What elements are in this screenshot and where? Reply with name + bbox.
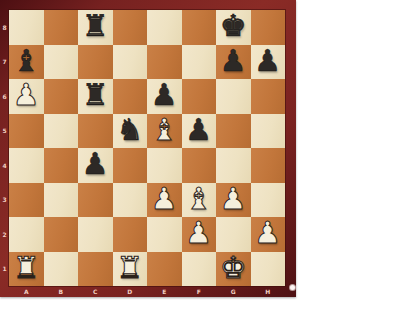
white-bishop[interactable]: ♝ <box>151 113 178 148</box>
square-h7[interactable]: ♟ <box>251 45 286 80</box>
white-pawn[interactable]: ♟ <box>254 216 281 251</box>
square-d6[interactable] <box>113 79 148 114</box>
black-rook[interactable]: ♜ <box>82 78 109 113</box>
rank-label-7: 7 <box>0 45 9 80</box>
file-label-d: D <box>113 285 148 297</box>
file-label-b: B <box>44 285 79 297</box>
file-label-f: F <box>182 285 217 297</box>
square-g2[interactable] <box>216 217 251 252</box>
square-b7[interactable] <box>44 45 79 80</box>
square-a2[interactable] <box>9 217 44 252</box>
square-f8[interactable] <box>182 10 217 45</box>
square-c1[interactable] <box>78 252 113 287</box>
square-b6[interactable] <box>44 79 79 114</box>
square-d8[interactable] <box>113 10 148 45</box>
white-to-move-indicator <box>289 284 296 291</box>
square-f4[interactable] <box>182 148 217 183</box>
square-a6[interactable]: ♟ <box>9 79 44 114</box>
square-c6[interactable]: ♜ <box>78 79 113 114</box>
square-g5[interactable] <box>216 114 251 149</box>
white-pawn[interactable]: ♟ <box>185 216 212 251</box>
white-rook[interactable]: ♜ <box>116 251 143 286</box>
rank-label-1: 1 <box>0 252 9 287</box>
square-d4[interactable] <box>113 148 148 183</box>
square-f5[interactable]: ♟ <box>182 114 217 149</box>
file-label-e: E <box>147 285 182 297</box>
square-b4[interactable] <box>44 148 79 183</box>
square-h3[interactable] <box>251 183 286 218</box>
square-g3[interactable]: ♟ <box>216 183 251 218</box>
square-c4[interactable]: ♟ <box>78 148 113 183</box>
square-b1[interactable] <box>44 252 79 287</box>
file-label-g: G <box>216 285 251 297</box>
square-e5[interactable]: ♝ <box>147 114 182 149</box>
square-h6[interactable] <box>251 79 286 114</box>
square-f3[interactable]: ♝ <box>182 183 217 218</box>
square-e8[interactable] <box>147 10 182 45</box>
square-e3[interactable]: ♟ <box>147 183 182 218</box>
square-e7[interactable] <box>147 45 182 80</box>
board-grid: ♜♚♝♟♟♟♜♟♞♝♟♟♟♝♟♟♟♜♜♚ <box>9 10 285 286</box>
square-d2[interactable] <box>113 217 148 252</box>
square-g1[interactable]: ♚ <box>216 252 251 287</box>
chess-board: 87654321 ♜♚♝♟♟♟♜♟♞♝♟♟♟♝♟♟♟♜♜♚ ABCDEFGH <box>0 0 296 297</box>
square-b2[interactable] <box>44 217 79 252</box>
rank-label-5: 5 <box>0 114 9 149</box>
black-pawn[interactable]: ♟ <box>220 44 247 79</box>
square-a3[interactable] <box>9 183 44 218</box>
square-c8[interactable]: ♜ <box>78 10 113 45</box>
black-king[interactable]: ♚ <box>220 9 247 44</box>
square-e1[interactable] <box>147 252 182 287</box>
white-king[interactable]: ♚ <box>220 251 247 286</box>
square-h1[interactable] <box>251 252 286 287</box>
square-c2[interactable] <box>78 217 113 252</box>
square-b5[interactable] <box>44 114 79 149</box>
square-h2[interactable]: ♟ <box>251 217 286 252</box>
white-rook[interactable]: ♜ <box>13 251 40 286</box>
square-h5[interactable] <box>251 114 286 149</box>
white-pawn[interactable]: ♟ <box>151 182 178 217</box>
square-e6[interactable]: ♟ <box>147 79 182 114</box>
square-d1[interactable]: ♜ <box>113 252 148 287</box>
square-a1[interactable]: ♜ <box>9 252 44 287</box>
black-pawn[interactable]: ♟ <box>82 147 109 182</box>
white-pawn[interactable]: ♟ <box>13 78 40 113</box>
file-label-a: A <box>9 285 44 297</box>
file-label-c: C <box>78 285 113 297</box>
white-pawn[interactable]: ♟ <box>220 182 247 217</box>
square-c7[interactable] <box>78 45 113 80</box>
square-b3[interactable] <box>44 183 79 218</box>
square-h4[interactable] <box>251 148 286 183</box>
file-labels: ABCDEFGH <box>9 285 285 297</box>
square-b8[interactable] <box>44 10 79 45</box>
square-c5[interactable] <box>78 114 113 149</box>
white-bishop[interactable]: ♝ <box>185 182 212 217</box>
rank-label-4: 4 <box>0 148 9 183</box>
black-pawn[interactable]: ♟ <box>185 113 212 148</box>
rank-labels: 87654321 <box>0 10 9 286</box>
square-e2[interactable] <box>147 217 182 252</box>
black-knight[interactable]: ♞ <box>116 113 143 148</box>
square-g7[interactable]: ♟ <box>216 45 251 80</box>
file-label-h: H <box>251 285 286 297</box>
rank-label-3: 3 <box>0 183 9 218</box>
square-g4[interactable] <box>216 148 251 183</box>
square-c3[interactable] <box>78 183 113 218</box>
square-a8[interactable] <box>9 10 44 45</box>
square-f7[interactable] <box>182 45 217 80</box>
square-f6[interactable] <box>182 79 217 114</box>
square-g8[interactable]: ♚ <box>216 10 251 45</box>
square-f1[interactable] <box>182 252 217 287</box>
square-h8[interactable] <box>251 10 286 45</box>
square-a5[interactable] <box>9 114 44 149</box>
square-e4[interactable] <box>147 148 182 183</box>
square-g6[interactable] <box>216 79 251 114</box>
square-d7[interactable] <box>113 45 148 80</box>
square-a4[interactable] <box>9 148 44 183</box>
rank-label-2: 2 <box>0 217 9 252</box>
square-a7[interactable]: ♝ <box>9 45 44 80</box>
rank-label-8: 8 <box>0 10 9 45</box>
square-d5[interactable]: ♞ <box>113 114 148 149</box>
black-pawn[interactable]: ♟ <box>151 78 178 113</box>
black-pawn[interactable]: ♟ <box>254 44 281 79</box>
black-rook[interactable]: ♜ <box>82 9 109 44</box>
square-d3[interactable] <box>113 183 148 218</box>
rank-label-6: 6 <box>0 79 9 114</box>
square-f2[interactable]: ♟ <box>182 217 217 252</box>
black-bishop[interactable]: ♝ <box>13 44 40 79</box>
